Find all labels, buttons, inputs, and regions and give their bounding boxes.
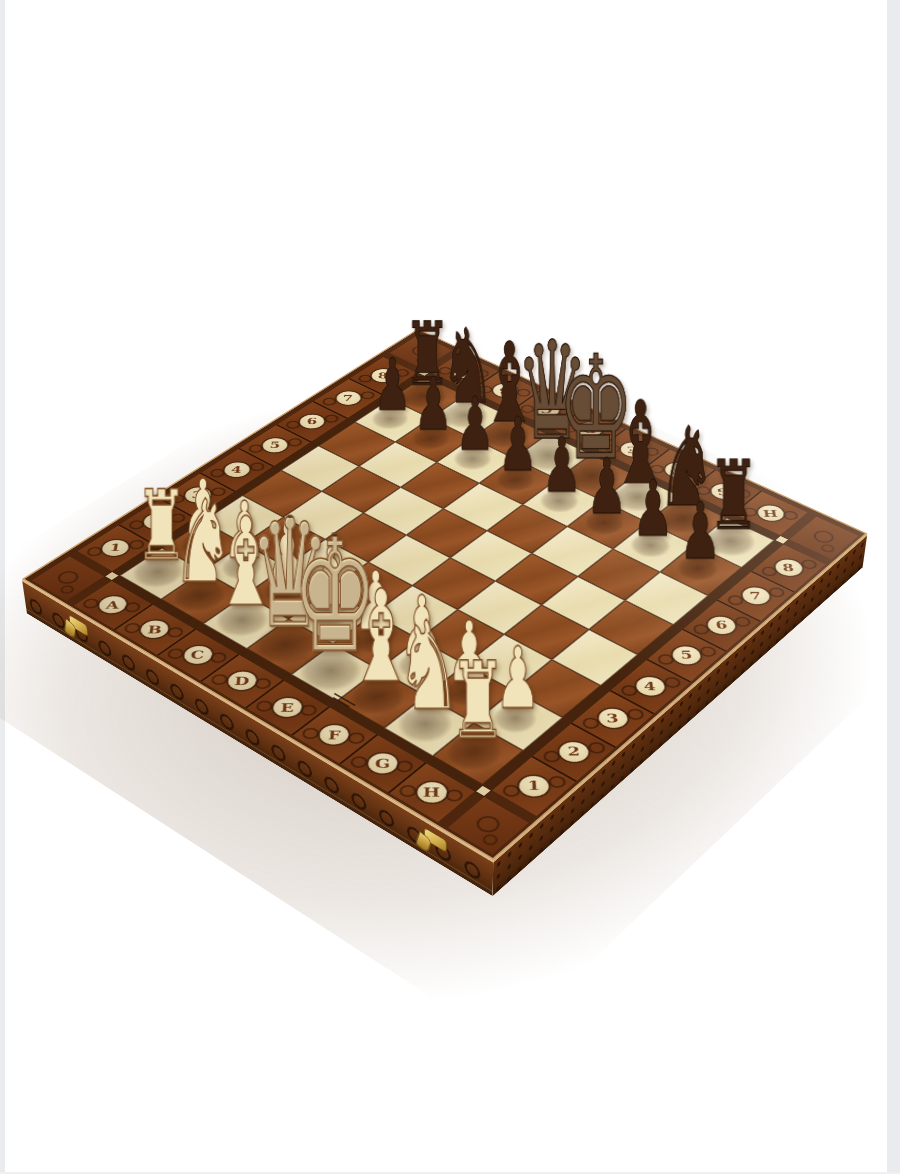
file-label-text: C: [541, 405, 553, 415]
file-label-far-c: C: [528, 399, 567, 421]
piece-black-pawn-h7[interactable]: ♟: [665, 492, 735, 571]
rank-label-text: 5: [269, 440, 281, 450]
file-label-far-h: H: [750, 501, 791, 526]
file-label-text: E: [627, 444, 640, 454]
file-label-text: H: [762, 508, 779, 519]
file-label-text: B: [499, 386, 512, 396]
piece-white-rook-h1[interactable]: ♜: [430, 648, 525, 754]
rank-label-left-6: 6: [293, 410, 332, 432]
file-label-text: A: [459, 367, 470, 376]
rank-label-text: 6: [307, 416, 318, 426]
black-pawn-icon: ♟: [679, 492, 721, 571]
file-label-far-b: B: [486, 380, 524, 401]
rank-label-left-8: 8: [364, 365, 402, 386]
file-label-far-f: F: [658, 459, 698, 483]
file-label-far-e: E: [614, 438, 654, 461]
file-label-text: F: [672, 465, 684, 476]
rank-label-text: 8: [378, 371, 388, 380]
white-rook-icon: ♜: [449, 648, 506, 754]
inlay-chip: [418, 369, 429, 375]
rank-label-text: 7: [343, 393, 354, 403]
file-label-far-d: D: [570, 418, 609, 440]
file-label-far-a: A: [446, 361, 484, 382]
chess-board: ABCDEFGH ABCDEFGH 87654321 87654321: [22, 329, 867, 861]
product-photo-scene: ABCDEFGH ABCDEFGH 87654321 87654321: [0, 0, 900, 1174]
rank-label-left-7: 7: [329, 387, 368, 409]
file-label-text: D: [583, 424, 597, 434]
rank-label-left-5: 5: [255, 434, 295, 457]
rank-label-text: 4: [231, 464, 243, 475]
perspective-container: ABCDEFGH ABCDEFGH 87654321 87654321: [0, 0, 900, 1174]
